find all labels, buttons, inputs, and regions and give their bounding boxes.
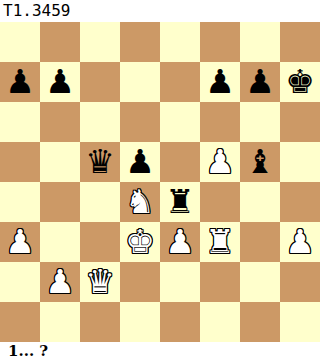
square-f1[interactable] xyxy=(200,302,240,342)
square-h1[interactable] xyxy=(280,302,320,342)
white-pawn: ♟ xyxy=(285,222,315,262)
square-c6[interactable] xyxy=(80,102,120,142)
square-a8[interactable] xyxy=(0,22,40,62)
move-prompt: 1... ? xyxy=(0,342,320,360)
black-pawn: ♟ xyxy=(45,62,75,102)
square-h6[interactable] xyxy=(280,102,320,142)
square-c8[interactable] xyxy=(80,22,120,62)
black-queen: ♛ xyxy=(85,142,115,182)
square-d1[interactable] xyxy=(120,302,160,342)
square-b4[interactable] xyxy=(40,182,80,222)
square-d8[interactable] xyxy=(120,22,160,62)
square-b3[interactable] xyxy=(40,222,80,262)
square-g7[interactable]: ♟ xyxy=(240,62,280,102)
square-d3[interactable]: ♚ xyxy=(120,222,160,262)
black-pawn: ♟ xyxy=(125,142,155,182)
square-h8[interactable] xyxy=(280,22,320,62)
square-a5[interactable] xyxy=(0,142,40,182)
square-h3[interactable]: ♟ xyxy=(280,222,320,262)
square-d6[interactable] xyxy=(120,102,160,142)
white-rook: ♜ xyxy=(205,222,235,262)
chess-board: ♟♟♟♟♚♛♟♟♝♞♜♟♚♟♜♟♟♛ xyxy=(0,22,320,342)
black-pawn: ♟ xyxy=(5,62,35,102)
square-f5[interactable]: ♟ xyxy=(200,142,240,182)
square-d5[interactable]: ♟ xyxy=(120,142,160,182)
square-g6[interactable] xyxy=(240,102,280,142)
square-g2[interactable] xyxy=(240,262,280,302)
square-f7[interactable]: ♟ xyxy=(200,62,240,102)
square-e5[interactable] xyxy=(160,142,200,182)
square-b2[interactable]: ♟ xyxy=(40,262,80,302)
square-h5[interactable] xyxy=(280,142,320,182)
white-knight: ♞ xyxy=(125,182,155,222)
square-g4[interactable] xyxy=(240,182,280,222)
square-g5[interactable]: ♝ xyxy=(240,142,280,182)
square-g3[interactable] xyxy=(240,222,280,262)
square-f4[interactable] xyxy=(200,182,240,222)
square-g8[interactable] xyxy=(240,22,280,62)
square-c5[interactable]: ♛ xyxy=(80,142,120,182)
square-e8[interactable] xyxy=(160,22,200,62)
square-a1[interactable] xyxy=(0,302,40,342)
black-king: ♚ xyxy=(285,62,315,102)
square-d4[interactable]: ♞ xyxy=(120,182,160,222)
square-c1[interactable] xyxy=(80,302,120,342)
white-king: ♚ xyxy=(125,222,155,262)
square-h7[interactable]: ♚ xyxy=(280,62,320,102)
square-e3[interactable]: ♟ xyxy=(160,222,200,262)
square-g1[interactable] xyxy=(240,302,280,342)
square-f2[interactable] xyxy=(200,262,240,302)
square-a2[interactable] xyxy=(0,262,40,302)
square-e4[interactable]: ♜ xyxy=(160,182,200,222)
square-f8[interactable] xyxy=(200,22,240,62)
square-h4[interactable] xyxy=(280,182,320,222)
square-d2[interactable] xyxy=(120,262,160,302)
white-pawn: ♟ xyxy=(45,262,75,302)
white-pawn: ♟ xyxy=(165,222,195,262)
square-e6[interactable] xyxy=(160,102,200,142)
square-b5[interactable] xyxy=(40,142,80,182)
square-e2[interactable] xyxy=(160,262,200,302)
square-c3[interactable] xyxy=(80,222,120,262)
square-e7[interactable] xyxy=(160,62,200,102)
square-h2[interactable] xyxy=(280,262,320,302)
black-pawn: ♟ xyxy=(245,62,275,102)
square-f6[interactable] xyxy=(200,102,240,142)
square-b8[interactable] xyxy=(40,22,80,62)
white-pawn: ♟ xyxy=(205,142,235,182)
black-rook: ♜ xyxy=(165,182,195,222)
square-a4[interactable] xyxy=(0,182,40,222)
square-c7[interactable] xyxy=(80,62,120,102)
square-d7[interactable] xyxy=(120,62,160,102)
black-pawn: ♟ xyxy=(205,62,235,102)
square-b7[interactable]: ♟ xyxy=(40,62,80,102)
square-c4[interactable] xyxy=(80,182,120,222)
square-e1[interactable] xyxy=(160,302,200,342)
square-c2[interactable]: ♛ xyxy=(80,262,120,302)
square-a3[interactable]: ♟ xyxy=(0,222,40,262)
square-b6[interactable] xyxy=(40,102,80,142)
square-a6[interactable] xyxy=(0,102,40,142)
puzzle-id: T1.3459 xyxy=(0,0,320,22)
chess-puzzle-window: T1.3459 ♟♟♟♟♚♛♟♟♝♞♜♟♚♟♜♟♟♛ 1... ? xyxy=(0,0,320,360)
square-b1[interactable] xyxy=(40,302,80,342)
square-a7[interactable]: ♟ xyxy=(0,62,40,102)
square-f3[interactable]: ♜ xyxy=(200,222,240,262)
white-pawn: ♟ xyxy=(5,222,35,262)
black-bishop: ♝ xyxy=(245,142,275,182)
white-queen: ♛ xyxy=(85,262,115,302)
